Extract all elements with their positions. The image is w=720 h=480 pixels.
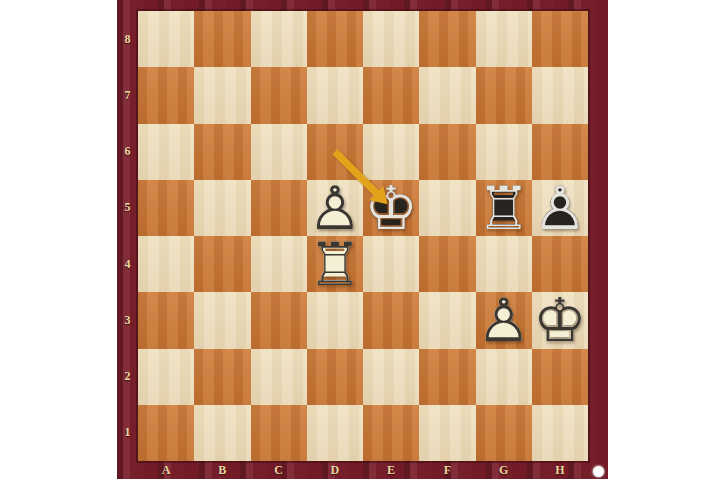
black-pawn-h5[interactable]: ♟♙ bbox=[532, 180, 588, 236]
black-rook-g5[interactable]: ♜♖ bbox=[476, 180, 532, 236]
square-e6[interactable] bbox=[363, 124, 419, 180]
rank-label-7: 7 bbox=[117, 67, 138, 123]
square-g3[interactable]: ♟♙ bbox=[476, 292, 532, 348]
rank-label-2: 2 bbox=[117, 349, 138, 405]
square-f8[interactable] bbox=[419, 11, 475, 67]
square-h3[interactable]: ♚♔ bbox=[532, 292, 588, 348]
square-f4[interactable] bbox=[419, 236, 475, 292]
square-h7[interactable] bbox=[532, 67, 588, 123]
square-e7[interactable] bbox=[363, 67, 419, 123]
file-label-d: D bbox=[307, 461, 363, 479]
square-c3[interactable] bbox=[251, 292, 307, 348]
square-a5[interactable] bbox=[138, 180, 194, 236]
square-d5[interactable]: ♟♙ bbox=[307, 180, 363, 236]
square-h6[interactable] bbox=[532, 124, 588, 180]
file-label-c: C bbox=[251, 461, 307, 479]
square-h4[interactable] bbox=[532, 236, 588, 292]
square-g1[interactable] bbox=[476, 405, 532, 461]
square-c7[interactable] bbox=[251, 67, 307, 123]
square-f1[interactable] bbox=[419, 405, 475, 461]
square-d8[interactable] bbox=[307, 11, 363, 67]
file-label-h: H bbox=[532, 461, 588, 479]
chess-board-frame: ♟♙♚♔♜♖♟♙♜♖♟♙♚♔ bbox=[117, 0, 608, 479]
square-f5[interactable] bbox=[419, 180, 475, 236]
rank-label-3: 3 bbox=[117, 292, 138, 348]
file-label-f: F bbox=[419, 461, 475, 479]
rank-label-1: 1 bbox=[117, 405, 138, 461]
square-a8[interactable] bbox=[138, 11, 194, 67]
rank-label-5: 5 bbox=[117, 180, 138, 236]
square-d1[interactable] bbox=[307, 405, 363, 461]
rank-label-8: 8 bbox=[117, 11, 138, 67]
square-c8[interactable] bbox=[251, 11, 307, 67]
square-d2[interactable] bbox=[307, 349, 363, 405]
white-king-outline: ♔ bbox=[532, 292, 588, 348]
square-f2[interactable] bbox=[419, 349, 475, 405]
rank-label-4: 4 bbox=[117, 236, 138, 292]
square-g6[interactable] bbox=[476, 124, 532, 180]
file-label-e: E bbox=[363, 461, 419, 479]
square-e1[interactable] bbox=[363, 405, 419, 461]
square-a2[interactable] bbox=[138, 349, 194, 405]
black-rook-outline: ♖ bbox=[476, 180, 532, 236]
file-label-g: G bbox=[476, 461, 532, 479]
white-to-move-indicator bbox=[593, 466, 604, 477]
square-f6[interactable] bbox=[419, 124, 475, 180]
white-pawn-g3[interactable]: ♟♙ bbox=[476, 292, 532, 348]
square-c6[interactable] bbox=[251, 124, 307, 180]
square-d7[interactable] bbox=[307, 67, 363, 123]
square-g8[interactable] bbox=[476, 11, 532, 67]
square-h5[interactable]: ♟♙ bbox=[532, 180, 588, 236]
square-d3[interactable] bbox=[307, 292, 363, 348]
square-a1[interactable] bbox=[138, 405, 194, 461]
file-label-a: A bbox=[138, 461, 194, 479]
square-b7[interactable] bbox=[194, 67, 250, 123]
square-h8[interactable] bbox=[532, 11, 588, 67]
square-h1[interactable] bbox=[532, 405, 588, 461]
square-b5[interactable] bbox=[194, 180, 250, 236]
white-king-h3[interactable]: ♚♔ bbox=[532, 292, 588, 348]
white-pawn-outline: ♙ bbox=[307, 180, 363, 236]
white-rook-d4[interactable]: ♜♖ bbox=[307, 236, 363, 292]
square-e2[interactable] bbox=[363, 349, 419, 405]
chess-board: ♟♙♚♔♜♖♟♙♜♖♟♙♚♔ bbox=[138, 11, 588, 461]
square-b6[interactable] bbox=[194, 124, 250, 180]
page: ♟♙♚♔♜♖♟♙♜♖♟♙♚♔ 87654321ABCDEFGH bbox=[0, 0, 720, 480]
square-e4[interactable] bbox=[363, 236, 419, 292]
square-c2[interactable] bbox=[251, 349, 307, 405]
square-e5[interactable]: ♚♔ bbox=[363, 180, 419, 236]
square-b4[interactable] bbox=[194, 236, 250, 292]
square-f7[interactable] bbox=[419, 67, 475, 123]
square-f3[interactable] bbox=[419, 292, 475, 348]
black-king-e5[interactable]: ♚♔ bbox=[363, 180, 419, 236]
square-a6[interactable] bbox=[138, 124, 194, 180]
square-d6[interactable] bbox=[307, 124, 363, 180]
black-pawn-outline: ♙ bbox=[532, 180, 588, 236]
square-g7[interactable] bbox=[476, 67, 532, 123]
square-d4[interactable]: ♜♖ bbox=[307, 236, 363, 292]
square-a3[interactable] bbox=[138, 292, 194, 348]
square-c5[interactable] bbox=[251, 180, 307, 236]
rank-label-6: 6 bbox=[117, 124, 138, 180]
black-king-outline: ♔ bbox=[363, 180, 419, 236]
square-b3[interactable] bbox=[194, 292, 250, 348]
square-g5[interactable]: ♜♖ bbox=[476, 180, 532, 236]
square-a7[interactable] bbox=[138, 67, 194, 123]
white-rook-outline: ♖ bbox=[307, 236, 363, 292]
square-e8[interactable] bbox=[363, 11, 419, 67]
white-pawn-d5[interactable]: ♟♙ bbox=[307, 180, 363, 236]
square-b8[interactable] bbox=[194, 11, 250, 67]
square-g4[interactable] bbox=[476, 236, 532, 292]
square-b1[interactable] bbox=[194, 405, 250, 461]
square-e3[interactable] bbox=[363, 292, 419, 348]
square-h2[interactable] bbox=[532, 349, 588, 405]
square-a4[interactable] bbox=[138, 236, 194, 292]
square-g2[interactable] bbox=[476, 349, 532, 405]
white-pawn-outline: ♙ bbox=[476, 292, 532, 348]
square-c4[interactable] bbox=[251, 236, 307, 292]
square-b2[interactable] bbox=[194, 349, 250, 405]
square-c1[interactable] bbox=[251, 405, 307, 461]
file-label-b: B bbox=[194, 461, 250, 479]
